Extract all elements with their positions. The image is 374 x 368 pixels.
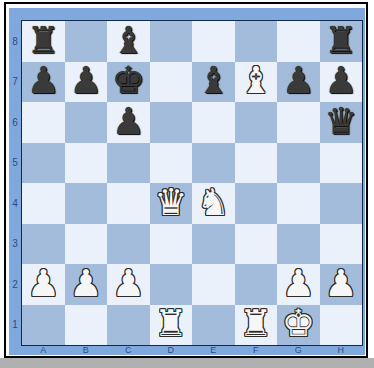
file-label-e: E [192, 346, 235, 355]
rank-label-7: 7 [9, 62, 21, 103]
square-f5[interactable] [235, 143, 278, 184]
square-e5[interactable] [192, 143, 235, 184]
piece-black-pawn: ♟ [27, 62, 60, 99]
piece-white-queen: ♛ [154, 184, 187, 221]
square-f7[interactable]: ♝ [235, 62, 278, 103]
piece-white-king: ♚ [282, 305, 315, 342]
square-h5[interactable] [320, 143, 363, 184]
square-e6[interactable] [192, 102, 235, 143]
square-c2[interactable]: ♟ [107, 264, 150, 305]
piece-black-rook: ♜ [324, 22, 357, 59]
square-a6[interactable] [22, 102, 65, 143]
square-f8[interactable] [235, 21, 278, 62]
square-a4[interactable] [22, 183, 65, 224]
piece-black-bishop: ♝ [197, 62, 230, 99]
file-label-c: C [107, 346, 150, 355]
square-f2[interactable] [235, 264, 278, 305]
square-a5[interactable] [22, 143, 65, 184]
file-label-f: F [235, 346, 278, 355]
piece-white-pawn: ♟ [27, 265, 60, 302]
square-a8[interactable]: ♜ [22, 21, 65, 62]
square-h2[interactable]: ♟ [320, 264, 363, 305]
piece-black-bishop: ♝ [112, 22, 145, 59]
rank-label-2: 2 [9, 264, 21, 305]
window-bottom-edge [0, 358, 374, 368]
square-b8[interactable] [65, 21, 108, 62]
square-b3[interactable] [65, 224, 108, 265]
square-h7[interactable]: ♟ [320, 62, 363, 103]
square-d7[interactable] [150, 62, 193, 103]
file-label-g: G [277, 346, 320, 355]
square-b7[interactable]: ♟ [65, 62, 108, 103]
square-d2[interactable] [150, 264, 193, 305]
piece-black-queen: ♛ [324, 103, 357, 140]
piece-black-rook: ♜ [27, 22, 60, 59]
board-frame: 87654321 ♜♝♜♟♟♚♝♝♟♟♟♛♛♞♟♟♟♟♟♜♜♚ ABCDEFGH [9, 8, 365, 355]
piece-black-pawn: ♟ [69, 62, 102, 99]
file-label-b: B [65, 346, 108, 355]
square-f1[interactable]: ♜ [235, 305, 278, 346]
square-c4[interactable] [107, 183, 150, 224]
square-g1[interactable]: ♚ [277, 305, 320, 346]
square-h4[interactable] [320, 183, 363, 224]
piece-black-pawn: ♟ [324, 62, 357, 99]
square-h3[interactable] [320, 224, 363, 265]
piece-white-rook: ♜ [239, 305, 272, 342]
square-a3[interactable] [22, 224, 65, 265]
square-g4[interactable] [277, 183, 320, 224]
square-b4[interactable] [65, 183, 108, 224]
square-h1[interactable] [320, 305, 363, 346]
square-b2[interactable]: ♟ [65, 264, 108, 305]
piece-white-pawn: ♟ [112, 265, 145, 302]
square-f6[interactable] [235, 102, 278, 143]
rank-label-3: 3 [9, 224, 21, 265]
square-g7[interactable]: ♟ [277, 62, 320, 103]
piece-white-pawn: ♟ [324, 265, 357, 302]
square-e8[interactable] [192, 21, 235, 62]
square-e4[interactable]: ♞ [192, 183, 235, 224]
rank-label-4: 4 [9, 183, 21, 224]
square-d4[interactable]: ♛ [150, 183, 193, 224]
square-g2[interactable]: ♟ [277, 264, 320, 305]
file-labels: ABCDEFGH [22, 346, 362, 355]
square-g6[interactable] [277, 102, 320, 143]
square-c5[interactable] [107, 143, 150, 184]
rank-label-5: 5 [9, 143, 21, 184]
piece-white-knight: ♞ [197, 184, 230, 221]
file-label-d: D [150, 346, 193, 355]
square-c6[interactable]: ♟ [107, 102, 150, 143]
square-b6[interactable] [65, 102, 108, 143]
file-label-h: H [320, 346, 363, 355]
square-d5[interactable] [150, 143, 193, 184]
rank-label-8: 8 [9, 21, 21, 62]
square-c1[interactable] [107, 305, 150, 346]
square-b1[interactable] [65, 305, 108, 346]
square-b5[interactable] [65, 143, 108, 184]
square-e3[interactable] [192, 224, 235, 265]
square-c3[interactable] [107, 224, 150, 265]
file-label-a: A [22, 346, 65, 355]
square-d8[interactable] [150, 21, 193, 62]
square-a7[interactable]: ♟ [22, 62, 65, 103]
square-e7[interactable]: ♝ [192, 62, 235, 103]
square-c7[interactable]: ♚ [107, 62, 150, 103]
piece-white-rook: ♜ [154, 305, 187, 342]
square-e2[interactable] [192, 264, 235, 305]
square-c8[interactable]: ♝ [107, 21, 150, 62]
chessboard-window: 87654321 ♜♝♜♟♟♚♝♝♟♟♟♛♛♞♟♟♟♟♟♜♜♚ ABCDEFGH [4, 2, 368, 358]
square-d3[interactable] [150, 224, 193, 265]
piece-white-pawn: ♟ [282, 265, 315, 302]
square-a2[interactable]: ♟ [22, 264, 65, 305]
square-g5[interactable] [277, 143, 320, 184]
rank-label-1: 1 [9, 305, 21, 346]
rank-labels: 87654321 [9, 21, 21, 345]
square-d1[interactable]: ♜ [150, 305, 193, 346]
screen: 87654321 ♜♝♜♟♟♚♝♝♟♟♟♛♛♞♟♟♟♟♟♜♜♚ ABCDEFGH [0, 0, 374, 368]
square-f3[interactable] [235, 224, 278, 265]
square-g8[interactable] [277, 21, 320, 62]
square-f4[interactable] [235, 183, 278, 224]
square-e1[interactable] [192, 305, 235, 346]
piece-white-bishop: ♝ [239, 62, 272, 99]
rank-label-6: 6 [9, 102, 21, 143]
square-d6[interactable] [150, 102, 193, 143]
square-g3[interactable] [277, 224, 320, 265]
piece-black-king: ♚ [112, 62, 145, 99]
chess-board: ♜♝♜♟♟♚♝♝♟♟♟♛♛♞♟♟♟♟♟♜♜♚ [21, 20, 363, 346]
piece-black-pawn: ♟ [282, 62, 315, 99]
square-h8[interactable]: ♜ [320, 21, 363, 62]
piece-white-pawn: ♟ [69, 265, 102, 302]
square-h6[interactable]: ♛ [320, 102, 363, 143]
piece-black-pawn: ♟ [112, 103, 145, 140]
square-a1[interactable] [22, 305, 65, 346]
